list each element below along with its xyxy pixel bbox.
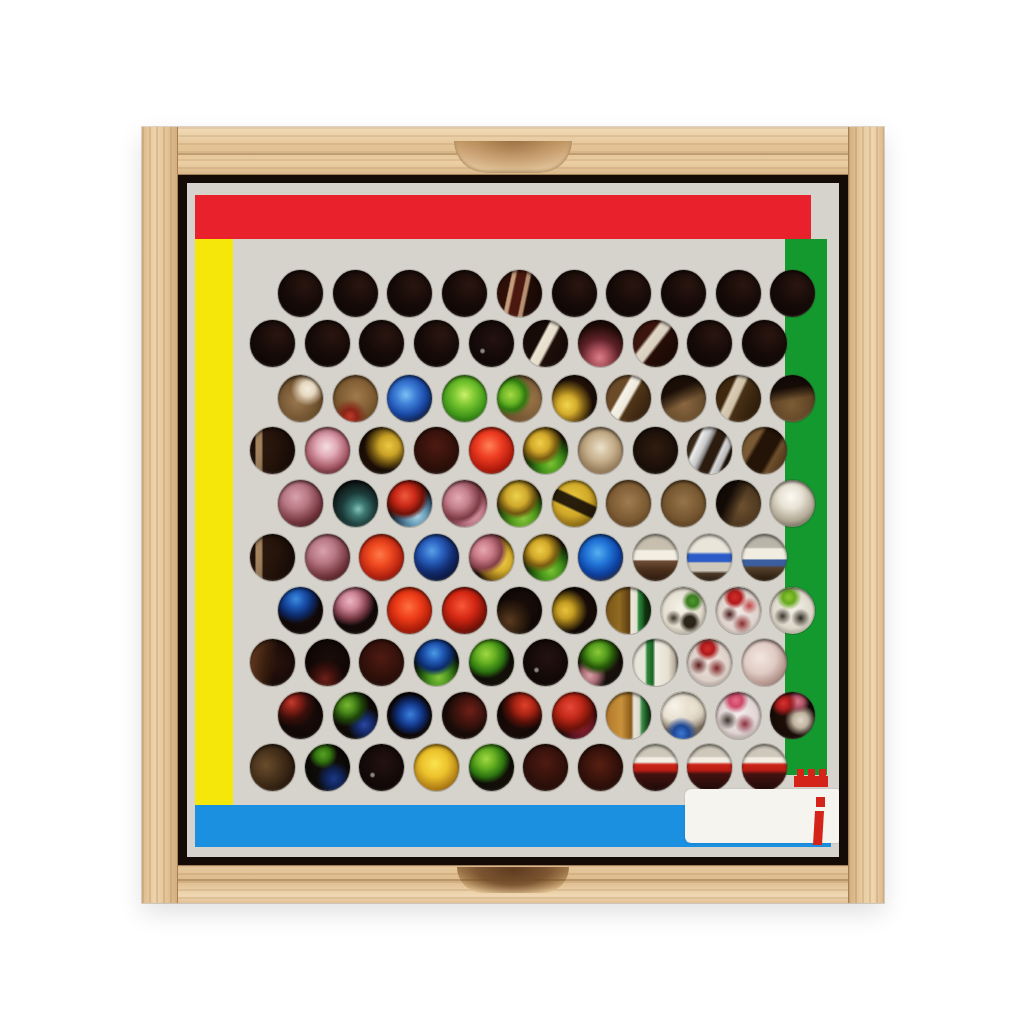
hole-r9-c3 — [387, 692, 432, 739]
hole-r2-c7 — [578, 320, 623, 367]
hole-r9-c6 — [552, 692, 597, 739]
hole-r8-c3 — [359, 639, 404, 686]
hole-r3-c9 — [716, 375, 761, 422]
hole-r10-c5 — [469, 744, 514, 791]
hole-r9-c4 — [442, 692, 487, 739]
hole-r7-c3 — [387, 587, 432, 634]
hole-r6-c1 — [250, 534, 295, 581]
hole-r7-c10 — [770, 587, 815, 634]
hole-r5-c10 — [770, 480, 815, 527]
hole-r8-c2 — [305, 639, 350, 686]
hole-r1-c8 — [661, 270, 706, 317]
hole-r6-c8 — [633, 534, 678, 581]
hole-r9-c1 — [278, 692, 323, 739]
hole-r1-c6 — [552, 270, 597, 317]
hole-r8-c10 — [742, 639, 787, 686]
hole-r4-c5 — [469, 427, 514, 474]
hole-r9-c5 — [497, 692, 542, 739]
hole-r9-c10 — [770, 692, 815, 739]
hole-r1-c4 — [442, 270, 487, 317]
hole-r10-c2 — [305, 744, 350, 791]
hole-r5-c1 — [278, 480, 323, 527]
frame-rail-top — [178, 127, 848, 175]
hole-r1-c10 — [770, 270, 815, 317]
hole-r4-c1 — [250, 427, 295, 474]
hole-r2-c5 — [469, 320, 514, 367]
hole-r4-c3 — [359, 427, 404, 474]
hole-r7-c1 — [278, 587, 323, 634]
hole-r2-c2 — [305, 320, 350, 367]
letter-i-glyph — [813, 797, 825, 845]
hole-r4-c2 — [305, 427, 350, 474]
hole-r3-c6 — [552, 375, 597, 422]
hole-r3-c4 — [442, 375, 487, 422]
hole-r10-c8 — [633, 744, 678, 791]
hole-r4-c10 — [742, 427, 787, 474]
hole-r8-c5 — [469, 639, 514, 686]
hole-r10-c1 — [250, 744, 295, 791]
hole-r4-c8 — [633, 427, 678, 474]
hole-r3-c7 — [606, 375, 651, 422]
hole-r5-c2 — [333, 480, 378, 527]
hole-r6-c3 — [359, 534, 404, 581]
hole-r5-c6 — [552, 480, 597, 527]
hole-r2-c1 — [250, 320, 295, 367]
hole-r4-c7 — [578, 427, 623, 474]
hole-r1-c9 — [716, 270, 761, 317]
finger-notch-top — [454, 141, 572, 173]
hole-r7-c9 — [716, 587, 761, 634]
hole-r7-c4 — [442, 587, 487, 634]
frame-rail-right — [848, 127, 884, 903]
hole-r1-c7 — [606, 270, 651, 317]
hole-r9-c9 — [716, 692, 761, 739]
frame-rail-bottom — [178, 865, 848, 903]
hole-r6-c2 — [305, 534, 350, 581]
hole-r10-c7 — [578, 744, 623, 791]
hole-r10-c9 — [687, 744, 732, 791]
hole-r9-c2 — [333, 692, 378, 739]
hole-r7-c5 — [497, 587, 542, 634]
perforated-face-plate — [187, 183, 839, 857]
hole-r4-c6 — [523, 427, 568, 474]
hole-r8-c1 — [250, 639, 295, 686]
hole-r7-c7 — [606, 587, 651, 634]
hole-r5-c4 — [442, 480, 487, 527]
hole-r6-c7 — [578, 534, 623, 581]
hole-r10-c3 — [359, 744, 404, 791]
hole-r2-c9 — [687, 320, 732, 367]
hole-r5-c7 — [606, 480, 651, 527]
hole-r6-c9 — [687, 534, 732, 581]
brand-castle-logo — [791, 767, 831, 851]
hole-r8-c8 — [633, 639, 678, 686]
hole-r7-c8 — [661, 587, 706, 634]
hole-r2-c4 — [414, 320, 459, 367]
hole-grid — [187, 183, 839, 857]
hole-r1-c1 — [278, 270, 323, 317]
hole-r4-c9 — [687, 427, 732, 474]
hole-r1-c3 — [387, 270, 432, 317]
hole-r3-c5 — [497, 375, 542, 422]
hole-r3-c10 — [770, 375, 815, 422]
hole-r10-c10 — [742, 744, 787, 791]
hole-r3-c2 — [333, 375, 378, 422]
frame-rail-left — [142, 127, 178, 903]
hole-r2-c10 — [742, 320, 787, 367]
hole-r10-c4 — [414, 744, 459, 791]
hole-r6-c10 — [742, 534, 787, 581]
hole-r6-c4 — [414, 534, 459, 581]
hole-r6-c6 — [523, 534, 568, 581]
castle-tower-icon — [794, 769, 828, 787]
hole-r8-c9 — [687, 639, 732, 686]
hole-r5-c3 — [387, 480, 432, 527]
hole-r8-c7 — [578, 639, 623, 686]
bottom-groove-seam — [178, 879, 848, 881]
hole-r2-c3 — [359, 320, 404, 367]
hole-r9-c7 — [606, 692, 651, 739]
hole-r10-c6 — [523, 744, 568, 791]
hole-r6-c5 — [469, 534, 514, 581]
hole-r5-c5 — [497, 480, 542, 527]
hole-r3-c3 — [387, 375, 432, 422]
photo-stage — [0, 0, 1024, 1024]
hole-r3-c1 — [278, 375, 323, 422]
hole-r2-c8 — [633, 320, 678, 367]
hole-r3-c8 — [661, 375, 706, 422]
hole-r2-c6 — [523, 320, 568, 367]
hole-r9-c8 — [661, 692, 706, 739]
hole-r5-c8 — [661, 480, 706, 527]
hole-r7-c2 — [333, 587, 378, 634]
hole-r8-c6 — [523, 639, 568, 686]
hole-r8-c4 — [414, 639, 459, 686]
hole-r1-c5 — [497, 270, 542, 317]
hole-r5-c9 — [716, 480, 761, 527]
hole-r4-c4 — [414, 427, 459, 474]
hole-r7-c6 — [552, 587, 597, 634]
wooden-game-box — [142, 127, 884, 903]
box-cavity — [178, 175, 848, 865]
hole-r1-c2 — [333, 270, 378, 317]
